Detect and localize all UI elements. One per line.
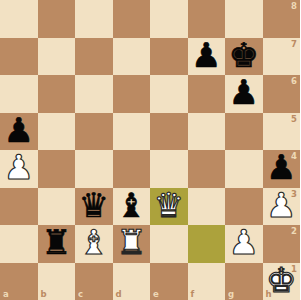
rank-label-2: 2 [291,227,297,236]
black-pawn[interactable]: ♟ [229,74,259,112]
rank-label-8: 8 [291,2,297,11]
square-g1[interactable]: g [225,263,263,300]
square-f6[interactable] [188,75,226,113]
square-b5[interactable] [38,113,76,151]
square-c8[interactable] [75,0,113,38]
square-b7[interactable] [38,38,76,76]
square-e4[interactable] [150,150,188,188]
square-b4[interactable] [38,150,76,188]
square-g7[interactable]: ♚ [225,38,263,76]
square-c5[interactable] [75,113,113,151]
square-e3[interactable]: ♛ [150,188,188,226]
square-a7[interactable] [0,38,38,76]
square-c3[interactable]: ♛ [75,188,113,226]
white-queen[interactable]: ♛ [154,187,184,225]
square-d5[interactable] [113,113,151,151]
square-d3[interactable]: ♝ [113,188,151,226]
square-f3[interactable] [188,188,226,226]
square-e6[interactable] [150,75,188,113]
rank-label-1: 1 [291,265,297,274]
square-d6[interactable] [113,75,151,113]
square-f1[interactable]: f [188,263,226,300]
square-e7[interactable] [150,38,188,76]
black-rook[interactable]: ♜ [41,224,71,262]
square-c4[interactable] [75,150,113,188]
rank-label-7: 7 [291,40,297,49]
square-d1[interactable]: d [113,263,151,300]
chess-board: 8♟♚7♟6♟5♟♟4♛♝♛♟3♜♝♜♟2abcdefg♚1h [0,0,300,300]
square-c7[interactable] [75,38,113,76]
square-a2[interactable] [0,225,38,263]
file-label-f: f [191,290,195,299]
black-pawn[interactable]: ♟ [4,112,34,150]
white-pawn[interactable]: ♟ [4,149,34,187]
square-e2[interactable] [150,225,188,263]
square-g4[interactable] [225,150,263,188]
black-pawn[interactable]: ♟ [191,37,221,75]
white-rook[interactable]: ♜ [116,224,146,262]
square-c6[interactable] [75,75,113,113]
square-d2[interactable]: ♜ [113,225,151,263]
square-h3[interactable]: ♟3 [263,188,301,226]
square-d4[interactable] [113,150,151,188]
square-f5[interactable] [188,113,226,151]
square-b1[interactable]: b [38,263,76,300]
square-a5[interactable]: ♟ [0,113,38,151]
square-a1[interactable]: a [0,263,38,300]
square-a3[interactable] [0,188,38,226]
black-bishop[interactable]: ♝ [116,187,146,225]
black-queen[interactable]: ♛ [79,187,109,225]
file-label-c: c [78,290,83,299]
square-h4[interactable]: ♟4 [263,150,301,188]
white-bishop[interactable]: ♝ [79,224,109,262]
square-b6[interactable] [38,75,76,113]
square-g3[interactable] [225,188,263,226]
square-h8[interactable]: 8 [263,0,301,38]
chess-app: 8♟♚7♟6♟5♟♟4♛♝♛♟3♜♝♜♟2abcdefg♚1h [0,0,300,300]
square-f4[interactable] [188,150,226,188]
file-label-g: g [228,290,234,299]
square-h7[interactable]: 7 [263,38,301,76]
rank-label-5: 5 [291,115,297,124]
square-f8[interactable] [188,0,226,38]
square-h1[interactable]: ♚1h [263,263,301,300]
square-a8[interactable] [0,0,38,38]
white-pawn[interactable]: ♟ [229,224,259,262]
square-e8[interactable] [150,0,188,38]
black-king[interactable]: ♚ [229,37,259,75]
rank-label-6: 6 [291,77,297,86]
square-f7[interactable]: ♟ [188,38,226,76]
square-g2[interactable]: ♟ [225,225,263,263]
square-g6[interactable]: ♟ [225,75,263,113]
file-label-a: a [3,290,9,299]
square-h2[interactable]: 2 [263,225,301,263]
square-a6[interactable] [0,75,38,113]
square-f2[interactable] [188,225,226,263]
square-d8[interactable] [113,0,151,38]
square-b2[interactable]: ♜ [38,225,76,263]
square-a4[interactable]: ♟ [0,150,38,188]
file-label-e: e [153,290,159,299]
file-label-h: h [266,290,272,299]
file-label-b: b [41,290,47,299]
square-c2[interactable]: ♝ [75,225,113,263]
square-g8[interactable] [225,0,263,38]
square-b8[interactable] [38,0,76,38]
square-b3[interactable] [38,188,76,226]
square-h6[interactable]: 6 [263,75,301,113]
square-c1[interactable]: c [75,263,113,300]
rank-label-3: 3 [291,190,297,199]
square-e5[interactable] [150,113,188,151]
square-e1[interactable]: e [150,263,188,300]
file-label-d: d [116,290,122,299]
rank-label-4: 4 [291,152,297,161]
square-h5[interactable]: 5 [263,113,301,151]
square-d7[interactable] [113,38,151,76]
square-g5[interactable] [225,113,263,151]
